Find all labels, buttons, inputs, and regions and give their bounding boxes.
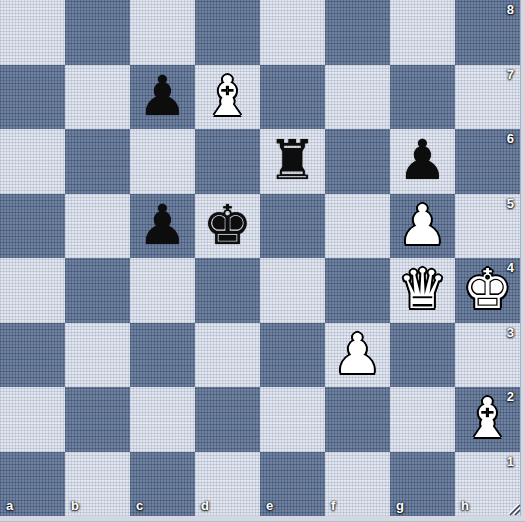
piece-white-bishop-h2[interactable]: ♝ bbox=[463, 386, 512, 451]
file-label-b: b bbox=[71, 498, 79, 513]
square-d8[interactable] bbox=[195, 0, 260, 65]
square-g4[interactable]: ♛ bbox=[390, 258, 455, 323]
file-label-g: g bbox=[396, 498, 404, 513]
window-edge-bottom bbox=[0, 516, 525, 522]
rank-label-8: 8 bbox=[507, 2, 514, 17]
square-b7[interactable] bbox=[65, 65, 130, 130]
square-f4[interactable] bbox=[325, 258, 390, 323]
square-c4[interactable] bbox=[130, 258, 195, 323]
file-label-c: c bbox=[136, 498, 143, 513]
square-e4[interactable] bbox=[260, 258, 325, 323]
piece-black-king-d5[interactable]: ♚ bbox=[203, 193, 252, 258]
file-label-e: e bbox=[266, 498, 273, 513]
square-b2[interactable] bbox=[65, 387, 130, 452]
rank-label-5: 5 bbox=[507, 196, 514, 211]
square-g7[interactable] bbox=[390, 65, 455, 130]
square-e7[interactable] bbox=[260, 65, 325, 130]
square-a8[interactable] bbox=[0, 0, 65, 65]
square-c5[interactable]: ♟ bbox=[130, 194, 195, 259]
square-c3[interactable] bbox=[130, 323, 195, 388]
square-b8[interactable] bbox=[65, 0, 130, 65]
file-label-a: a bbox=[6, 498, 13, 513]
piece-white-king-h4[interactable]: ♚ bbox=[463, 257, 512, 322]
square-a4[interactable] bbox=[0, 258, 65, 323]
square-e8[interactable] bbox=[260, 0, 325, 65]
square-d7[interactable]: ♝ bbox=[195, 65, 260, 130]
file-label-f: f bbox=[331, 498, 335, 513]
rank-label-4: 4 bbox=[507, 260, 514, 275]
chess-board: ♟♝♜♟♟♚♟♛♚♟♝abcdefgh87654321 bbox=[0, 0, 520, 516]
square-e3[interactable] bbox=[260, 323, 325, 388]
piece-black-pawn-c7[interactable]: ♟ bbox=[138, 64, 187, 129]
square-g6[interactable]: ♟ bbox=[390, 129, 455, 194]
square-e2[interactable] bbox=[260, 387, 325, 452]
square-f8[interactable] bbox=[325, 0, 390, 65]
rank-label-2: 2 bbox=[507, 389, 514, 404]
square-d5[interactable]: ♚ bbox=[195, 194, 260, 259]
square-b4[interactable] bbox=[65, 258, 130, 323]
piece-black-pawn-c5[interactable]: ♟ bbox=[138, 193, 187, 258]
window-edge-right bbox=[520, 0, 525, 522]
square-a5[interactable] bbox=[0, 194, 65, 259]
square-c6[interactable] bbox=[130, 129, 195, 194]
piece-black-rook-e6[interactable]: ♜ bbox=[268, 128, 317, 193]
square-a3[interactable] bbox=[0, 323, 65, 388]
square-f3[interactable]: ♟ bbox=[325, 323, 390, 388]
piece-white-bishop-d7[interactable]: ♝ bbox=[203, 64, 252, 129]
rank-label-1: 1 bbox=[507, 454, 514, 469]
square-d6[interactable] bbox=[195, 129, 260, 194]
rank-label-3: 3 bbox=[507, 325, 514, 340]
square-f6[interactable] bbox=[325, 129, 390, 194]
piece-white-pawn-g5[interactable]: ♟ bbox=[398, 193, 447, 258]
square-b3[interactable] bbox=[65, 323, 130, 388]
square-b6[interactable] bbox=[65, 129, 130, 194]
square-g3[interactable] bbox=[390, 323, 455, 388]
square-a6[interactable] bbox=[0, 129, 65, 194]
square-d2[interactable] bbox=[195, 387, 260, 452]
square-f2[interactable] bbox=[325, 387, 390, 452]
piece-white-pawn-f3[interactable]: ♟ bbox=[333, 322, 382, 387]
square-f5[interactable] bbox=[325, 194, 390, 259]
chess-app-window: ♟♝♜♟♟♚♟♛♚♟♝abcdefgh87654321 bbox=[0, 0, 525, 522]
square-g8[interactable] bbox=[390, 0, 455, 65]
rank-label-6: 6 bbox=[507, 131, 514, 146]
square-c7[interactable]: ♟ bbox=[130, 65, 195, 130]
file-label-d: d bbox=[201, 498, 209, 513]
file-label-h: h bbox=[461, 498, 469, 513]
square-e5[interactable] bbox=[260, 194, 325, 259]
piece-black-pawn-g6[interactable]: ♟ bbox=[398, 128, 447, 193]
square-g5[interactable]: ♟ bbox=[390, 194, 455, 259]
square-d3[interactable] bbox=[195, 323, 260, 388]
square-b5[interactable] bbox=[65, 194, 130, 259]
square-e6[interactable]: ♜ bbox=[260, 129, 325, 194]
piece-white-queen-g4[interactable]: ♛ bbox=[398, 257, 447, 322]
square-c2[interactable] bbox=[130, 387, 195, 452]
square-a7[interactable] bbox=[0, 65, 65, 130]
square-d4[interactable] bbox=[195, 258, 260, 323]
resize-grip-icon[interactable] bbox=[505, 500, 521, 516]
rank-label-7: 7 bbox=[507, 67, 514, 82]
square-g2[interactable] bbox=[390, 387, 455, 452]
square-a2[interactable] bbox=[0, 387, 65, 452]
square-f7[interactable] bbox=[325, 65, 390, 130]
square-c8[interactable] bbox=[130, 0, 195, 65]
